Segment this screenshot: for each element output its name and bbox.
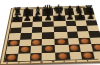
black-pawn[interactable]: ♟ — [66, 11, 75, 21]
black-pawn[interactable]: ♟ — [13, 13, 22, 23]
square-a2[interactable] — [6, 46, 19, 53]
square-b7[interactable]: ♟ — [22, 16, 33, 22]
square-h1[interactable] — [93, 51, 100, 59]
square-f7[interactable]: ♟ — [65, 15, 76, 21]
square-c1[interactable] — [29, 53, 42, 61]
black-pawn[interactable]: ♟ — [33, 12, 42, 22]
black-pawn[interactable]: ♟ — [86, 11, 95, 21]
red-checker[interactable] — [33, 40, 41, 45]
red-checker[interactable] — [20, 47, 28, 53]
square-c2[interactable] — [30, 46, 42, 53]
square-e7[interactable]: ♟ — [54, 15, 66, 21]
square-d7[interactable]: ♟ — [42, 16, 53, 22]
square-d5[interactable] — [42, 27, 54, 33]
black-pawn[interactable]: ♟ — [44, 12, 53, 22]
square-b6[interactable] — [21, 22, 32, 28]
red-checker[interactable] — [45, 46, 53, 52]
black-pawn[interactable]: ♟ — [76, 11, 85, 21]
red-checker[interactable] — [32, 54, 40, 60]
red-checker[interactable] — [10, 40, 18, 45]
square-c5[interactable] — [31, 27, 42, 33]
square-b1[interactable] — [17, 53, 30, 61]
black-pawn[interactable]: ♟ — [55, 12, 64, 22]
square-e1[interactable] — [56, 52, 70, 60]
black-pawn[interactable]: ♟ — [23, 13, 32, 23]
board-frame: ♜♞♝♛♚♝♞♜♟♟♟♟♟♟♟♟ — [0, 6, 100, 65]
square-b2[interactable] — [18, 46, 31, 53]
red-checker[interactable] — [94, 45, 100, 50]
chess-board: ♜♞♝♛♚♝♞♜♟♟♟♟♟♟♟♟ — [5, 8, 97, 62]
red-checker[interactable] — [7, 54, 16, 60]
square-e5[interactable] — [54, 26, 67, 32]
red-checker[interactable] — [81, 38, 89, 43]
square-h7[interactable]: ♟ — [84, 14, 95, 20]
red-checker[interactable] — [70, 45, 78, 50]
square-f1[interactable] — [69, 52, 82, 60]
red-checker[interactable] — [83, 52, 92, 58]
square-a1[interactable] — [5, 53, 18, 61]
red-checker[interactable] — [58, 53, 66, 59]
scene: ♜♞♝♛♚♝♞♜♟♟♟♟♟♟♟♟ — [0, 0, 100, 65]
red-checker[interactable] — [58, 39, 66, 44]
square-g7[interactable]: ♟ — [75, 15, 86, 21]
square-a7[interactable]: ♟ — [12, 16, 23, 22]
square-d1[interactable] — [42, 52, 56, 60]
square-c7[interactable]: ♟ — [32, 16, 42, 22]
